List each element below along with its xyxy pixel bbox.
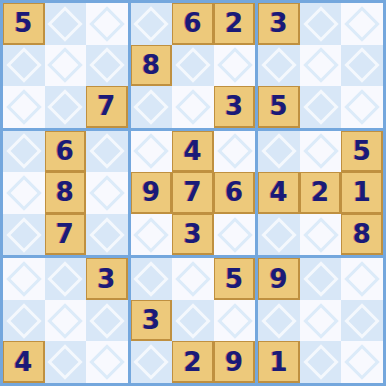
cell-r7c3: 3 [86, 258, 128, 300]
diamond-icon [345, 303, 380, 338]
cell-r1c7: 3 [258, 3, 300, 45]
diamond-icon [261, 217, 296, 252]
diamond-icon [89, 48, 124, 83]
diamond-icon [48, 89, 83, 124]
cell-r7c1[interactable] [3, 258, 45, 300]
diamond-icon [48, 345, 83, 380]
cell-r6c8[interactable] [300, 214, 342, 256]
cell-r6c7[interactable] [258, 214, 300, 256]
diamond-icon [6, 134, 41, 169]
cell-r2c8[interactable] [300, 45, 342, 87]
cell-r8c4: 3 [131, 300, 173, 342]
diamond-icon [175, 303, 210, 338]
cell-r1c3[interactable] [86, 3, 128, 45]
cell-r6c5: 3 [172, 214, 214, 256]
cell-r7c2[interactable] [45, 258, 87, 300]
diamond-icon [303, 261, 338, 296]
diamond-icon [89, 303, 124, 338]
diamond-icon [345, 48, 380, 83]
cell-r8c2[interactable] [45, 300, 87, 342]
diamond-icon [89, 134, 124, 169]
diamond-icon [303, 345, 338, 380]
cell-r4c7[interactable] [258, 131, 300, 173]
cell-r3c6: 3 [214, 86, 256, 128]
diamond-icon [6, 303, 41, 338]
cell-r1c2[interactable] [45, 3, 87, 45]
diamond-icon [345, 261, 380, 296]
cell-r2c1[interactable] [3, 45, 45, 87]
diamond-icon [89, 345, 124, 380]
cell-r9c3[interactable] [86, 341, 128, 383]
diamond-icon [303, 89, 338, 124]
cell-r4c9: 5 [341, 131, 383, 173]
cell-r7c9[interactable] [341, 258, 383, 300]
cell-r2c6[interactable] [214, 45, 256, 87]
cell-r5c3[interactable] [86, 172, 128, 214]
cell-r5c8: 2 [300, 172, 342, 214]
cell-r7c6: 5 [214, 258, 256, 300]
cell-r8c3[interactable] [86, 300, 128, 342]
cell-r3c7: 5 [258, 86, 300, 128]
cell-r5c2: 8 [45, 172, 87, 214]
box-r3c3: 91 [258, 258, 383, 383]
diamond-icon [134, 134, 169, 169]
diamond-icon [175, 261, 210, 296]
cell-r9c5: 2 [172, 341, 214, 383]
cell-r6c6[interactable] [214, 214, 256, 256]
cell-r1c4[interactable] [131, 3, 173, 45]
box-r1c3: 35 [258, 3, 383, 128]
cell-r9c6: 9 [214, 341, 256, 383]
box-r2c3: 54218 [258, 131, 383, 256]
cell-r5c5: 7 [172, 172, 214, 214]
cell-r1c5: 6 [172, 3, 214, 45]
cell-r1c1: 5 [3, 3, 45, 45]
box-r1c1: 57 [3, 3, 128, 128]
cell-r3c9[interactable] [341, 86, 383, 128]
diamond-icon [134, 6, 169, 41]
box-r3c2: 5329 [131, 258, 256, 383]
diamond-icon [6, 261, 41, 296]
diamond-icon [48, 261, 83, 296]
diamond-icon [48, 48, 83, 83]
cell-r8c9[interactable] [341, 300, 383, 342]
cell-r2c2[interactable] [45, 45, 87, 87]
cell-r4c3[interactable] [86, 131, 128, 173]
cell-r4c1[interactable] [3, 131, 45, 173]
cell-r1c8[interactable] [300, 3, 342, 45]
diamond-icon [6, 48, 41, 83]
cell-r6c9: 8 [341, 214, 383, 256]
diamond-icon [261, 303, 296, 338]
cell-r5c6: 6 [214, 172, 256, 214]
diamond-icon [217, 134, 252, 169]
cell-r7c8[interactable] [300, 258, 342, 300]
cell-r6c1[interactable] [3, 214, 45, 256]
cell-r9c4[interactable] [131, 341, 173, 383]
cell-r8c1[interactable] [3, 300, 45, 342]
box-r2c1: 687 [3, 131, 128, 256]
cell-r8c6[interactable] [214, 300, 256, 342]
diamond-icon [89, 6, 124, 41]
cell-r6c4[interactable] [131, 214, 173, 256]
cell-r4c6[interactable] [214, 131, 256, 173]
sudoku-board: 57628335687497635421834532991 [0, 0, 386, 386]
diamond-icon [89, 217, 124, 252]
cell-r3c1[interactable] [3, 86, 45, 128]
diamond-icon [303, 48, 338, 83]
diamond-icon [345, 345, 380, 380]
diamond-icon [303, 303, 338, 338]
box-r3c1: 34 [3, 258, 128, 383]
diamond-icon [48, 303, 83, 338]
diamond-icon [345, 6, 380, 41]
diamond-icon [6, 89, 41, 124]
cell-r7c5[interactable] [172, 258, 214, 300]
diamond-icon [134, 345, 169, 380]
cell-r8c5[interactable] [172, 300, 214, 342]
diamond-icon [48, 6, 83, 41]
cell-r8c8[interactable] [300, 300, 342, 342]
cell-r2c7[interactable] [258, 45, 300, 87]
cell-r4c4[interactable] [131, 131, 173, 173]
cell-r2c5[interactable] [172, 45, 214, 87]
diamond-icon [217, 217, 252, 252]
cell-r5c4: 9 [131, 172, 173, 214]
diamond-icon [134, 217, 169, 252]
cell-r3c3: 7 [86, 86, 128, 128]
diamond-icon [217, 303, 252, 338]
cell-r6c2: 7 [45, 214, 87, 256]
cell-r4c2: 6 [45, 131, 87, 173]
diamond-icon [134, 261, 169, 296]
cell-r7c4[interactable] [131, 258, 173, 300]
diamond-icon [6, 175, 41, 210]
cell-r8c7[interactable] [258, 300, 300, 342]
cell-r1c6: 2 [214, 3, 256, 45]
cell-r5c1[interactable] [3, 172, 45, 214]
diamond-icon [89, 175, 124, 210]
cell-r9c7: 1 [258, 341, 300, 383]
cell-r3c2[interactable] [45, 86, 87, 128]
cell-r9c8[interactable] [300, 341, 342, 383]
cell-r2c4: 8 [131, 45, 173, 87]
cell-r2c3[interactable] [86, 45, 128, 87]
cell-r4c5: 4 [172, 131, 214, 173]
cell-r6c3[interactable] [86, 214, 128, 256]
diamond-icon [217, 48, 252, 83]
cell-r3c8[interactable] [300, 86, 342, 128]
diamond-icon [261, 48, 296, 83]
diamond-icon [303, 134, 338, 169]
cell-r3c5[interactable] [172, 86, 214, 128]
diamond-icon [6, 217, 41, 252]
diamond-icon [303, 217, 338, 252]
cell-r1c9[interactable] [341, 3, 383, 45]
cell-r9c9[interactable] [341, 341, 383, 383]
box-r2c2: 49763 [131, 131, 256, 256]
diamond-icon [134, 89, 169, 124]
cell-r7c7: 9 [258, 258, 300, 300]
cell-r3c4[interactable] [131, 86, 173, 128]
cell-r2c9[interactable] [341, 45, 383, 87]
cell-r5c9: 1 [341, 172, 383, 214]
diamond-icon [175, 48, 210, 83]
cell-r4c8[interactable] [300, 131, 342, 173]
cell-r5c7: 4 [258, 172, 300, 214]
diamond-icon [345, 89, 380, 124]
diamond-icon [175, 89, 210, 124]
diamond-icon [261, 134, 296, 169]
cell-r9c2[interactable] [45, 341, 87, 383]
diamond-icon [303, 6, 338, 41]
box-r1c2: 6283 [131, 3, 256, 128]
cell-r9c1: 4 [3, 341, 45, 383]
